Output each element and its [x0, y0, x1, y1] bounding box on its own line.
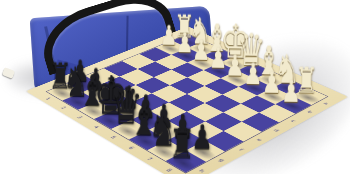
white-pawn-on-a2: ♟ [276, 76, 306, 107]
board-grid: ♜♞♝♚♛♝♞♜♟♟♟♟♟♟♟♟♟♟♟♟♟♟♟♟♜♞♝♚♛♝♞♜ [47, 34, 327, 172]
drawstring-toggle [2, 67, 15, 79]
product-photo-chess-set: ♜♞♝♚♛♝♞♜♟♟♟♟♟♟♟♟♟♟♟♟♟♟♟♟♜♞♝♚♛♝♞♜ 1234567… [0, 0, 350, 174]
black-rook-on-a8: ♜ [165, 123, 199, 164]
